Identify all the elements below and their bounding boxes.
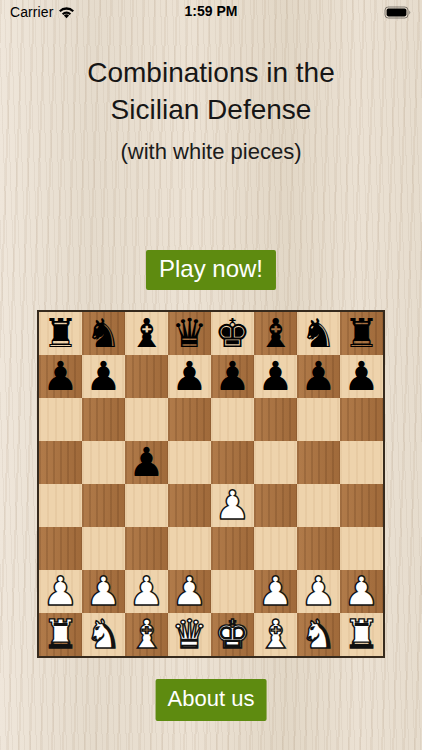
square-b6[interactable] bbox=[82, 398, 125, 441]
square-h2[interactable]: ♟ bbox=[340, 570, 383, 613]
square-d2[interactable]: ♟ bbox=[168, 570, 211, 613]
square-c3[interactable] bbox=[125, 527, 168, 570]
square-d7[interactable]: ♟ bbox=[168, 355, 211, 398]
square-a8[interactable]: ♜ bbox=[39, 312, 82, 355]
piece-white-pawn: ♟ bbox=[86, 570, 122, 613]
piece-black-knight: ♞ bbox=[86, 312, 122, 355]
piece-black-bishop: ♝ bbox=[129, 312, 165, 355]
piece-white-pawn: ♟ bbox=[172, 570, 208, 613]
app-screen: Carrier 1:59 PM Combinations in the Sici… bbox=[0, 0, 422, 750]
square-g5[interactable] bbox=[297, 441, 340, 484]
square-h3[interactable] bbox=[340, 527, 383, 570]
square-h6[interactable] bbox=[340, 398, 383, 441]
piece-white-rook: ♜ bbox=[43, 613, 79, 656]
piece-black-pawn: ♟ bbox=[43, 355, 79, 398]
square-g6[interactable] bbox=[297, 398, 340, 441]
piece-black-pawn: ♟ bbox=[344, 355, 380, 398]
square-g3[interactable] bbox=[297, 527, 340, 570]
square-h4[interactable] bbox=[340, 484, 383, 527]
square-f8[interactable]: ♝ bbox=[254, 312, 297, 355]
square-g1[interactable]: ♞ bbox=[297, 613, 340, 656]
square-b3[interactable] bbox=[82, 527, 125, 570]
square-f1[interactable]: ♝ bbox=[254, 613, 297, 656]
piece-black-pawn: ♟ bbox=[301, 355, 337, 398]
square-f6[interactable] bbox=[254, 398, 297, 441]
square-a3[interactable] bbox=[39, 527, 82, 570]
square-g7[interactable]: ♟ bbox=[297, 355, 340, 398]
piece-white-king: ♚ bbox=[215, 613, 251, 656]
square-d6[interactable] bbox=[168, 398, 211, 441]
square-c2[interactable]: ♟ bbox=[125, 570, 168, 613]
square-h5[interactable] bbox=[340, 441, 383, 484]
square-c1[interactable]: ♝ bbox=[125, 613, 168, 656]
square-g8[interactable]: ♞ bbox=[297, 312, 340, 355]
square-a5[interactable] bbox=[39, 441, 82, 484]
status-time: 1:59 PM bbox=[0, 3, 422, 19]
square-b7[interactable]: ♟ bbox=[82, 355, 125, 398]
piece-white-pawn: ♟ bbox=[129, 570, 165, 613]
square-a6[interactable] bbox=[39, 398, 82, 441]
piece-white-bishop: ♝ bbox=[258, 613, 294, 656]
square-e8[interactable]: ♚ bbox=[211, 312, 254, 355]
square-c4[interactable] bbox=[125, 484, 168, 527]
piece-white-pawn: ♟ bbox=[344, 570, 380, 613]
square-h8[interactable]: ♜ bbox=[340, 312, 383, 355]
square-d5[interactable] bbox=[168, 441, 211, 484]
piece-white-pawn: ♟ bbox=[43, 570, 79, 613]
about-us-button[interactable]: About us bbox=[156, 679, 267, 721]
square-d4[interactable] bbox=[168, 484, 211, 527]
piece-black-pawn: ♟ bbox=[86, 355, 122, 398]
status-bar: Carrier 1:59 PM bbox=[0, 0, 422, 22]
piece-black-bishop: ♝ bbox=[258, 312, 294, 355]
square-d8[interactable]: ♛ bbox=[168, 312, 211, 355]
piece-white-knight: ♞ bbox=[86, 613, 122, 656]
piece-white-knight: ♞ bbox=[301, 613, 337, 656]
square-b4[interactable] bbox=[82, 484, 125, 527]
piece-white-pawn: ♟ bbox=[215, 484, 251, 527]
square-a1[interactable]: ♜ bbox=[39, 613, 82, 656]
square-b2[interactable]: ♟ bbox=[82, 570, 125, 613]
piece-black-pawn: ♟ bbox=[129, 441, 165, 484]
page-subtitle: (with white pieces) bbox=[0, 139, 422, 165]
page-title: Combinations in the Sicilian Defense bbox=[0, 54, 422, 128]
piece-white-rook: ♜ bbox=[344, 613, 380, 656]
piece-black-rook: ♜ bbox=[43, 312, 79, 355]
square-e4[interactable]: ♟ bbox=[211, 484, 254, 527]
square-e6[interactable] bbox=[211, 398, 254, 441]
square-c8[interactable]: ♝ bbox=[125, 312, 168, 355]
piece-white-pawn: ♟ bbox=[301, 570, 337, 613]
piece-white-bishop: ♝ bbox=[129, 613, 165, 656]
square-a7[interactable]: ♟ bbox=[39, 355, 82, 398]
square-g4[interactable] bbox=[297, 484, 340, 527]
square-c5[interactable]: ♟ bbox=[125, 441, 168, 484]
square-e7[interactable]: ♟ bbox=[211, 355, 254, 398]
piece-black-king: ♚ bbox=[215, 312, 251, 355]
piece-black-queen: ♛ bbox=[172, 312, 208, 355]
chess-board[interactable]: ♜♞♝♛♚♝♞♜♟♟♟♟♟♟♟♟♟♟♟♟♟♟♟♟♜♞♝♛♚♝♞♜ bbox=[37, 310, 385, 658]
square-d1[interactable]: ♛ bbox=[168, 613, 211, 656]
square-b5[interactable] bbox=[82, 441, 125, 484]
piece-black-pawn: ♟ bbox=[215, 355, 251, 398]
play-now-button[interactable]: Play now! bbox=[146, 250, 276, 290]
square-h1[interactable]: ♜ bbox=[340, 613, 383, 656]
piece-black-knight: ♞ bbox=[301, 312, 337, 355]
square-h7[interactable]: ♟ bbox=[340, 355, 383, 398]
square-b1[interactable]: ♞ bbox=[82, 613, 125, 656]
square-e3[interactable] bbox=[211, 527, 254, 570]
square-f2[interactable]: ♟ bbox=[254, 570, 297, 613]
square-e2[interactable] bbox=[211, 570, 254, 613]
square-a4[interactable] bbox=[39, 484, 82, 527]
square-c6[interactable] bbox=[125, 398, 168, 441]
square-b8[interactable]: ♞ bbox=[82, 312, 125, 355]
square-c7[interactable] bbox=[125, 355, 168, 398]
square-d3[interactable] bbox=[168, 527, 211, 570]
square-a2[interactable]: ♟ bbox=[39, 570, 82, 613]
piece-black-pawn: ♟ bbox=[258, 355, 294, 398]
piece-white-pawn: ♟ bbox=[258, 570, 294, 613]
square-f7[interactable]: ♟ bbox=[254, 355, 297, 398]
piece-black-pawn: ♟ bbox=[172, 355, 208, 398]
square-f3[interactable] bbox=[254, 527, 297, 570]
piece-white-queen: ♛ bbox=[172, 613, 208, 656]
piece-black-rook: ♜ bbox=[344, 312, 380, 355]
square-e1[interactable]: ♚ bbox=[211, 613, 254, 656]
square-f5[interactable] bbox=[254, 441, 297, 484]
square-e5[interactable] bbox=[211, 441, 254, 484]
square-g2[interactable]: ♟ bbox=[297, 570, 340, 613]
square-f4[interactable] bbox=[254, 484, 297, 527]
